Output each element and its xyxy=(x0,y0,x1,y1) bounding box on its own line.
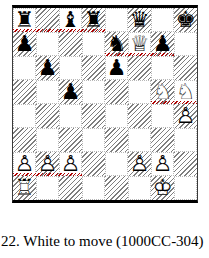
square-g3 xyxy=(151,128,174,152)
black-pawn: ♟ xyxy=(106,57,127,79)
square-a4 xyxy=(13,104,36,128)
square-e3 xyxy=(105,128,128,152)
square-b7 xyxy=(36,32,59,56)
piece-glyph: ♟ xyxy=(153,33,173,55)
chess-board: ♜♝♜♛♚♟♞♛♕♟♟♟♟♞♘♞♘♟♙♟♙♟♙♟♙♟♙♟♙♜♖♚♔ xyxy=(12,5,198,203)
black-pawn: ♟ xyxy=(13,32,36,56)
square-b3 xyxy=(36,128,59,152)
piece-glyph: ♜ xyxy=(84,9,104,31)
square-h8: ♚ xyxy=(174,8,197,32)
square-b5 xyxy=(36,80,59,104)
square-a7: ♟ xyxy=(13,32,36,56)
square-f1 xyxy=(128,176,151,200)
square-f5 xyxy=(128,80,151,104)
square-d6 xyxy=(82,56,105,80)
piece-glyph: ♕ xyxy=(130,33,150,55)
square-b4 xyxy=(36,104,59,128)
page: ♜♝♜♛♚♟♞♛♕♟♟♟♟♞♘♞♘♟♙♟♙♟♙♟♙♟♙♟♙♜♖♚♔ 22. Wh… xyxy=(0,0,209,258)
square-d3 xyxy=(82,128,105,152)
square-a6 xyxy=(13,56,36,80)
square-f4 xyxy=(128,104,151,128)
white-king: ♚♔ xyxy=(151,176,174,200)
square-g2: ♟♙ xyxy=(151,152,174,176)
square-c1 xyxy=(59,176,82,200)
black-pawn: ♟ xyxy=(59,80,82,104)
piece-glyph: ♙ xyxy=(130,153,150,175)
square-b6: ♟ xyxy=(36,56,59,80)
piece-glyph: ♝ xyxy=(61,9,81,31)
square-c3 xyxy=(59,128,82,152)
square-d4 xyxy=(82,104,105,128)
white-queen: ♛♕ xyxy=(129,33,150,55)
black-rook: ♜ xyxy=(14,9,35,31)
piece-glyph: ♙ xyxy=(176,105,196,127)
piece-glyph: ♙ xyxy=(15,153,35,175)
red-squiggle-underline xyxy=(105,53,174,56)
square-e5 xyxy=(105,80,128,104)
white-pawn: ♟♙ xyxy=(174,104,197,128)
piece-glyph: ♚ xyxy=(176,9,196,31)
piece-glyph: ♔ xyxy=(153,177,173,199)
square-g8 xyxy=(151,8,174,32)
square-c4 xyxy=(59,104,82,128)
square-e8 xyxy=(105,8,128,32)
white-pawn: ♟♙ xyxy=(14,153,35,175)
square-c5: ♟ xyxy=(59,80,82,104)
white-pawn: ♟♙ xyxy=(128,152,151,176)
black-bishop: ♝ xyxy=(60,9,81,31)
piece-glyph: ♘ xyxy=(153,81,173,103)
piece-glyph: ♟ xyxy=(61,81,81,103)
piece-glyph: ♟ xyxy=(107,57,127,79)
square-h1 xyxy=(174,176,197,200)
piece-glyph: ♙ xyxy=(38,153,58,175)
piece-glyph: ♙ xyxy=(153,153,173,175)
square-g4 xyxy=(151,104,174,128)
square-d2 xyxy=(82,152,105,176)
square-e1 xyxy=(105,176,128,200)
square-a5 xyxy=(13,80,36,104)
square-g1: ♚♔ xyxy=(151,176,174,200)
white-pawn: ♟♙ xyxy=(60,153,81,175)
square-a3 xyxy=(13,128,36,152)
white-knight: ♞♘ xyxy=(175,81,196,103)
square-f6 xyxy=(128,56,151,80)
diagram-caption: 22. White to move (1000CC-304) xyxy=(1,233,208,250)
chess-board-grid: ♜♝♜♛♚♟♞♛♕♟♟♟♟♞♘♞♘♟♙♟♙♟♙♟♙♟♙♟♙♜♖♚♔ xyxy=(13,8,197,200)
square-e4 xyxy=(105,104,128,128)
red-squiggle-underline xyxy=(151,101,197,104)
piece-glyph: ♖ xyxy=(15,177,35,199)
piece-glyph: ♜ xyxy=(15,9,35,31)
square-c6 xyxy=(59,56,82,80)
piece-glyph: ♙ xyxy=(61,153,81,175)
square-f8: ♛ xyxy=(128,8,151,32)
square-e6: ♟ xyxy=(105,56,128,80)
square-f2: ♟♙ xyxy=(128,152,151,176)
square-h2 xyxy=(174,152,197,176)
square-h3 xyxy=(174,128,197,152)
square-h6 xyxy=(174,56,197,80)
red-squiggle-underline xyxy=(13,173,82,176)
square-h4: ♟♙ xyxy=(174,104,197,128)
square-d5 xyxy=(82,80,105,104)
square-d1 xyxy=(82,176,105,200)
piece-glyph: ♛ xyxy=(130,9,150,31)
black-king: ♚ xyxy=(174,8,197,32)
black-pawn: ♟ xyxy=(36,56,59,80)
square-f3 xyxy=(128,128,151,152)
square-a1: ♜♖ xyxy=(13,176,36,200)
square-c7 xyxy=(59,32,82,56)
square-e2 xyxy=(105,152,128,176)
square-g6 xyxy=(151,56,174,80)
white-rook: ♜♖ xyxy=(13,176,36,200)
piece-glyph: ♟ xyxy=(15,33,35,55)
white-pawn: ♟♙ xyxy=(152,153,173,175)
square-b1 xyxy=(36,176,59,200)
red-squiggle-underline xyxy=(13,29,105,32)
square-h7 xyxy=(174,32,197,56)
black-queen: ♛ xyxy=(128,8,151,32)
piece-glyph: ♞ xyxy=(107,33,127,55)
piece-glyph: ♟ xyxy=(38,57,58,79)
square-d7 xyxy=(82,32,105,56)
piece-glyph: ♘ xyxy=(176,81,196,103)
